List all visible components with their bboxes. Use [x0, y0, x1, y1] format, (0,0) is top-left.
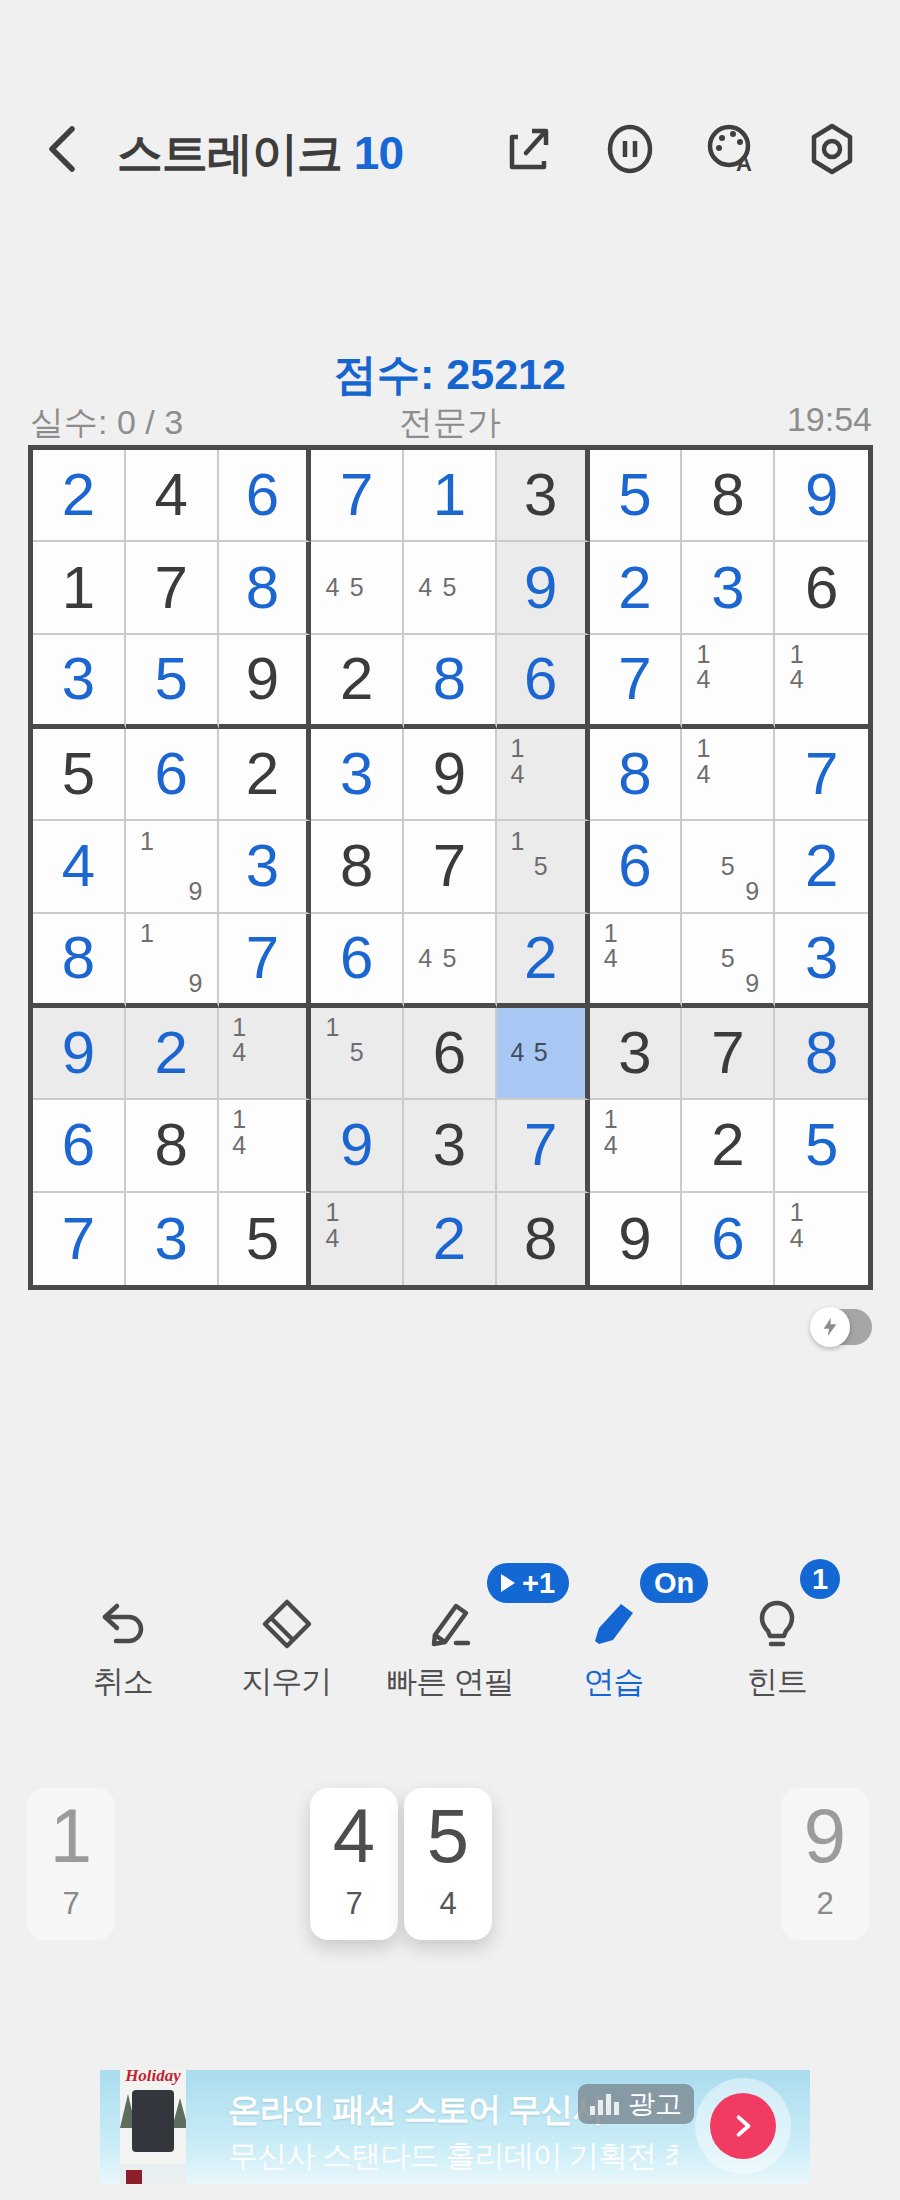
- given-digit: 3: [524, 465, 557, 525]
- cell-r3c2[interactable]: 5: [126, 635, 219, 729]
- streak-count: 10: [354, 127, 403, 179]
- settings-button[interactable]: [804, 119, 860, 179]
- cell-r4c6[interactable]: 14: [497, 729, 590, 821]
- cell-r8c5[interactable]: 3: [404, 1100, 497, 1192]
- cell-r9c7[interactable]: 9: [590, 1193, 683, 1285]
- pencil-notes: 14: [497, 729, 585, 819]
- cell-r6c7[interactable]: 14: [590, 914, 683, 1008]
- cell-r2c9[interactable]: 6: [775, 542, 868, 634]
- undo-icon: [96, 1597, 150, 1651]
- user-digit: 2: [805, 836, 838, 896]
- tree-decoration: [172, 2098, 186, 2128]
- user-digit: 4: [62, 836, 95, 896]
- cell-r1c2[interactable]: 4: [126, 450, 219, 542]
- sudoku-grid: 2467135891784545923635928671414562391481…: [28, 445, 873, 1290]
- pencil-notes: 14: [590, 914, 681, 1003]
- cell-r8c3[interactable]: 14: [219, 1100, 312, 1192]
- cell-r8c8[interactable]: 2: [682, 1100, 775, 1192]
- given-digit: 3: [433, 1115, 466, 1175]
- user-digit: 8: [805, 1023, 838, 1083]
- cell-r6c8[interactable]: 59: [682, 914, 775, 1008]
- toolbar: +1 On 1 취소 지우기: [0, 1555, 900, 1715]
- pencil-notes: 14: [682, 729, 773, 819]
- cell-r1c8[interactable]: 8: [682, 450, 775, 542]
- given-digit: 2: [246, 744, 279, 804]
- cell-r4c5[interactable]: 9: [404, 729, 497, 821]
- play-icon: [501, 1574, 515, 1592]
- user-digit: 7: [805, 744, 838, 804]
- share-button[interactable]: [500, 119, 556, 179]
- pencil-notes: 14: [682, 635, 773, 724]
- pencil-notes: 14: [311, 1193, 402, 1285]
- toggle-knob: [810, 1307, 850, 1347]
- user-digit: 9: [524, 558, 557, 618]
- ad-thumb-building: [132, 2090, 174, 2152]
- ad-thumbnail: Holiday: [120, 2070, 186, 2184]
- score-text: 점수: 25212: [0, 346, 900, 404]
- user-digit: 3: [246, 836, 279, 896]
- cell-r4c9[interactable]: 7: [775, 729, 868, 821]
- pencil-notes: 59: [682, 821, 773, 911]
- practice-pencil-icon: [587, 1597, 641, 1651]
- numpad-remaining-count: 7: [310, 1886, 398, 1922]
- given-digit: 5: [246, 1209, 279, 1269]
- cell-r5c9[interactable]: 2: [775, 821, 868, 913]
- user-digit: 3: [805, 928, 838, 988]
- given-digit: 6: [805, 558, 838, 618]
- cell-r4c1[interactable]: 5: [33, 729, 126, 821]
- pause-icon: [602, 119, 658, 179]
- undo-button[interactable]: 취소: [55, 1555, 191, 1715]
- cell-r8c6[interactable]: 7: [497, 1100, 590, 1192]
- theme-button[interactable]: A: [703, 119, 759, 179]
- cell-r3c9[interactable]: 14: [775, 635, 868, 729]
- given-digit: 9: [433, 744, 466, 804]
- user-digit: 7: [62, 1209, 95, 1269]
- user-digit: 3: [711, 558, 744, 618]
- pencil-notes: 45: [497, 1008, 585, 1098]
- cell-r2c1[interactable]: 1: [33, 542, 126, 634]
- cell-r3c3[interactable]: 9: [219, 635, 312, 729]
- cell-r2c7[interactable]: 2: [590, 542, 683, 634]
- user-digit: 5: [618, 465, 651, 525]
- cell-r6c3[interactable]: 7: [219, 914, 312, 1008]
- user-digit: 8: [246, 558, 279, 618]
- cell-r6c6[interactable]: 2: [497, 914, 590, 1008]
- user-digit: 9: [805, 465, 838, 525]
- cell-r3c8[interactable]: 14: [682, 635, 775, 729]
- cell-r7c1[interactable]: 9: [33, 1008, 126, 1100]
- cell-r4c8[interactable]: 14: [682, 729, 775, 821]
- cell-r4c4[interactable]: 3: [311, 729, 404, 821]
- cell-r7c2[interactable]: 2: [126, 1008, 219, 1100]
- cell-r2c8[interactable]: 3: [682, 542, 775, 634]
- cell-r8c4[interactable]: 9: [311, 1100, 404, 1192]
- cell-r9c4[interactable]: 14: [311, 1193, 404, 1285]
- numpad-key-4[interactable]: 47: [310, 1788, 398, 1940]
- difficulty-label: 전문가: [0, 400, 900, 446]
- ad-title: 온라인 패션 스토어 무신사: [228, 2088, 605, 2133]
- cell-r2c6[interactable]: 9: [497, 542, 590, 634]
- cell-r1c7[interactable]: 5: [590, 450, 683, 542]
- cell-r5c3[interactable]: 3: [219, 821, 312, 913]
- svg-text:A: A: [736, 151, 752, 176]
- signal-bars-icon: [590, 2094, 619, 2115]
- cell-r3c6[interactable]: 6: [497, 635, 590, 729]
- cell-r7c6[interactable]: 45: [497, 1008, 590, 1100]
- cell-r6c2[interactable]: 19: [126, 914, 219, 1008]
- pencil-notes: 15: [497, 821, 585, 911]
- user-digit: 3: [154, 1209, 187, 1269]
- cell-r1c3[interactable]: 6: [219, 450, 312, 542]
- pencil-notes: 14: [219, 1008, 307, 1098]
- pencil-notes: 14: [219, 1100, 307, 1190]
- chevron-right-icon: [730, 2113, 756, 2139]
- numpad-digit: 4: [310, 1798, 398, 1874]
- title-text: 스트레이크: [117, 127, 342, 179]
- cell-r8c2[interactable]: 8: [126, 1100, 219, 1192]
- given-digit: 7: [711, 1023, 744, 1083]
- cell-r5c1[interactable]: 4: [33, 821, 126, 913]
- numpad-key-9[interactable]: 92: [781, 1788, 869, 1940]
- cell-r4c2[interactable]: 6: [126, 729, 219, 821]
- given-digit: 8: [711, 465, 744, 525]
- lightning-icon: [819, 1316, 841, 1338]
- pencil-notes: 14: [775, 635, 868, 724]
- given-digit: 5: [62, 744, 95, 804]
- pencil-notes: 59: [682, 914, 773, 1003]
- hint-badge: 1: [800, 1559, 840, 1599]
- cell-r5c8[interactable]: 59: [682, 821, 775, 913]
- given-digit: 1: [62, 558, 95, 618]
- numpad-digit: 1: [27, 1798, 115, 1874]
- cell-r3c5[interactable]: 8: [404, 635, 497, 729]
- user-digit: 6: [711, 1209, 744, 1269]
- cell-r6c9[interactable]: 3: [775, 914, 868, 1008]
- cell-r5c6[interactable]: 15: [497, 821, 590, 913]
- cell-r9c2[interactable]: 3: [126, 1193, 219, 1285]
- cell-r8c7[interactable]: 14: [590, 1100, 683, 1192]
- cell-r9c9[interactable]: 14: [775, 1193, 868, 1285]
- user-digit: 6: [246, 465, 279, 525]
- ad-cta-button[interactable]: [710, 2093, 776, 2159]
- share-icon: [500, 119, 556, 179]
- user-digit: 7: [524, 1115, 557, 1175]
- cell-r1c1[interactable]: 2: [33, 450, 126, 542]
- user-digit: 6: [524, 649, 557, 709]
- given-digit: 4: [154, 465, 187, 525]
- pencil-notes: 45: [311, 542, 402, 632]
- user-digit: 9: [340, 1115, 373, 1175]
- ad-thumb-gift: [126, 2170, 142, 2184]
- cell-r5c7[interactable]: 6: [590, 821, 683, 913]
- timer: 19:54: [787, 400, 872, 439]
- user-digit: 9: [62, 1023, 95, 1083]
- pencil-notes: 45: [404, 914, 495, 1003]
- user-digit: 2: [524, 928, 557, 988]
- cell-r4c7[interactable]: 8: [590, 729, 683, 821]
- cell-r9c8[interactable]: 6: [682, 1193, 775, 1285]
- cell-r5c5[interactable]: 7: [404, 821, 497, 913]
- user-digit: 6: [618, 836, 651, 896]
- pencil-notes: 45: [404, 542, 495, 632]
- numpad-digit: 5: [404, 1798, 492, 1874]
- ad-label: 광고: [578, 2084, 694, 2124]
- user-digit: 2: [154, 1023, 187, 1083]
- numpad-key-1[interactable]: 17: [27, 1788, 115, 1940]
- user-digit: 5: [154, 649, 187, 709]
- pencil-notes: 19: [126, 914, 217, 1003]
- given-digit: 8: [524, 1209, 557, 1269]
- cell-r3c1[interactable]: 3: [33, 635, 126, 729]
- cell-r1c9[interactable]: 9: [775, 450, 868, 542]
- user-digit: 2: [618, 558, 651, 618]
- ad-cta-halo: [695, 2078, 791, 2174]
- numpad-remaining-count: 4: [404, 1886, 492, 1922]
- cell-r8c9[interactable]: 5: [775, 1100, 868, 1192]
- pause-button[interactable]: [602, 119, 658, 179]
- cell-r7c7[interactable]: 3: [590, 1008, 683, 1100]
- cell-r9c6[interactable]: 8: [497, 1193, 590, 1285]
- user-digit: 8: [62, 928, 95, 988]
- user-digit: 7: [246, 928, 279, 988]
- cell-r9c5[interactable]: 2: [404, 1193, 497, 1285]
- settings-icon: [804, 119, 860, 179]
- cell-r6c4[interactable]: 6: [311, 914, 404, 1008]
- cell-r7c8[interactable]: 7: [682, 1008, 775, 1100]
- cell-r5c2[interactable]: 19: [126, 821, 219, 913]
- user-digit: 1: [433, 465, 466, 525]
- given-digit: 3: [618, 1023, 651, 1083]
- number-pad: 17475492: [0, 1788, 900, 1948]
- cell-r1c6[interactable]: 3: [497, 450, 590, 542]
- fast-mode-toggle[interactable]: [812, 1309, 872, 1345]
- cell-r8c1[interactable]: 6: [33, 1100, 126, 1192]
- given-digit: 2: [711, 1115, 744, 1175]
- numpad-remaining-count: 7: [27, 1886, 115, 1922]
- practice-badge: On: [640, 1563, 708, 1603]
- given-digit: 2: [340, 649, 373, 709]
- pencil-notes: 14: [590, 1100, 681, 1190]
- cell-r7c3[interactable]: 14: [219, 1008, 312, 1100]
- pencil-notes: 15: [311, 1008, 402, 1098]
- given-digit: 9: [618, 1209, 651, 1269]
- numpad-digit: 9: [781, 1798, 869, 1874]
- quick-pencil-icon: [423, 1597, 477, 1651]
- user-digit: 6: [154, 744, 187, 804]
- stats-row: 실수: 0 / 3 전문가 19:54: [0, 400, 900, 444]
- cell-r1c5[interactable]: 1: [404, 450, 497, 542]
- cell-r2c2[interactable]: 7: [126, 542, 219, 634]
- back-button[interactable]: [38, 119, 90, 179]
- user-digit: 6: [62, 1115, 95, 1175]
- cell-r7c9[interactable]: 8: [775, 1008, 868, 1100]
- pencil-notes: 19: [126, 821, 217, 911]
- cell-r3c7[interactable]: 7: [590, 635, 683, 729]
- cell-r6c5[interactable]: 45: [404, 914, 497, 1008]
- given-digit: 7: [433, 836, 466, 896]
- user-digit: 6: [340, 928, 373, 988]
- cell-r9c1[interactable]: 7: [33, 1193, 126, 1285]
- lightbulb-icon: [750, 1597, 804, 1651]
- palette-icon: A: [703, 119, 759, 179]
- cell-r7c5[interactable]: 6: [404, 1008, 497, 1100]
- user-digit: 2: [433, 1209, 466, 1269]
- user-digit: 3: [62, 649, 95, 709]
- given-digit: 6: [433, 1023, 466, 1083]
- numpad-key-5[interactable]: 54: [404, 1788, 492, 1940]
- header: 스트레이크 10 A: [0, 105, 900, 195]
- given-digit: 8: [340, 836, 373, 896]
- user-digit: 8: [618, 744, 651, 804]
- given-digit: 8: [154, 1115, 187, 1175]
- ad-banner[interactable]: Holiday 온라인 패션 스토어 무신사 광고 무신사 스탠다드 홀리데이 …: [100, 2070, 810, 2184]
- erase-button[interactable]: 지우기: [219, 1555, 355, 1715]
- cell-r2c3[interactable]: 8: [219, 542, 312, 634]
- user-digit: 2: [62, 465, 95, 525]
- cell-r7c4[interactable]: 15: [311, 1008, 404, 1100]
- given-digit: 7: [154, 558, 187, 618]
- cell-r3c4[interactable]: 2: [311, 635, 404, 729]
- cell-r6c1[interactable]: 8: [33, 914, 126, 1008]
- ad-subtitle: 무신사 스탠다드 홀리데이 기획전 최대 80% 할인 ...: [228, 2136, 678, 2177]
- ad-thumb-caption: Holiday: [120, 2070, 186, 2086]
- back-chevron-icon: [38, 119, 90, 179]
- sudoku-app-screen: 스트레이크 10 A: [0, 0, 900, 2200]
- cell-r2c4[interactable]: 45: [311, 542, 404, 634]
- cell-r2c5[interactable]: 45: [404, 542, 497, 634]
- user-digit: 8: [433, 649, 466, 709]
- user-digit: 7: [618, 649, 651, 709]
- user-digit: 3: [340, 744, 373, 804]
- numpad-remaining-count: 2: [781, 1886, 869, 1922]
- cell-r5c4[interactable]: 8: [311, 821, 404, 913]
- user-digit: 7: [340, 465, 373, 525]
- cell-r9c3[interactable]: 5: [219, 1193, 312, 1285]
- given-digit: 9: [246, 649, 279, 709]
- cell-r1c4[interactable]: 7: [311, 450, 404, 542]
- pencil-notes: 14: [775, 1193, 868, 1285]
- page-title: 스트레이크 10: [110, 123, 410, 185]
- user-digit: 5: [805, 1115, 838, 1175]
- eraser-icon: [260, 1597, 314, 1651]
- cell-r4c3[interactable]: 2: [219, 729, 312, 821]
- quick-pencil-badge: +1: [487, 1563, 569, 1603]
